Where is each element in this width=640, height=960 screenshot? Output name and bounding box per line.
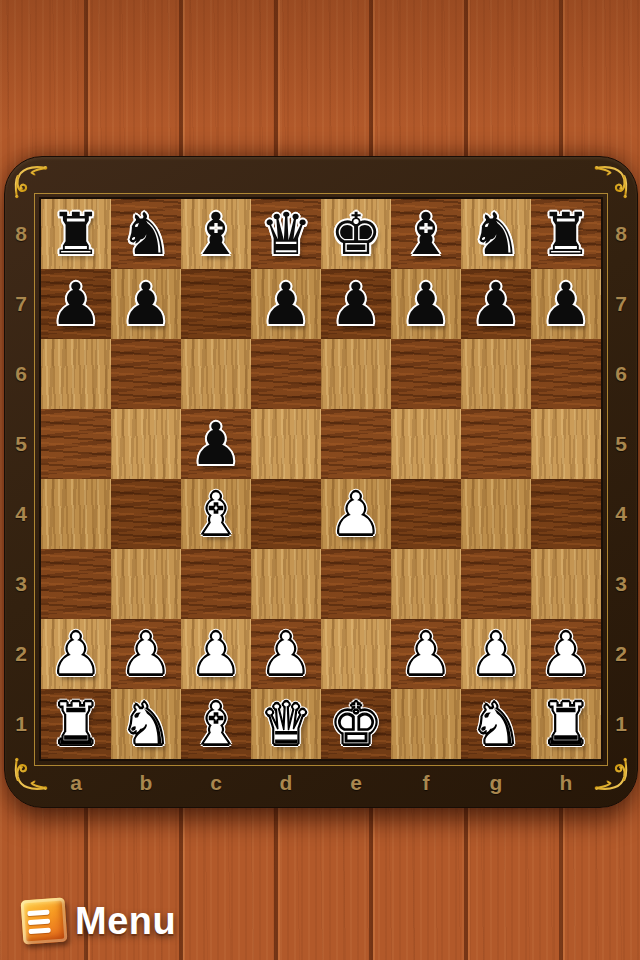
square-c5[interactable]: ♟ [181, 409, 251, 479]
black-pawn[interactable]: ♟ [400, 269, 452, 339]
board-frame: 87654321 87654321 abcdefgh ♜♞♝♛♚♝♞♜♟♟♟♟♟… [4, 156, 638, 808]
file-label-b: b [111, 761, 181, 805]
square-h3[interactable] [531, 549, 601, 619]
square-f8[interactable]: ♝ [391, 199, 461, 269]
hamburger-menu-icon[interactable] [21, 898, 68, 945]
square-a8[interactable]: ♜ [41, 199, 111, 269]
square-f4[interactable] [391, 479, 461, 549]
square-a2[interactable]: ♟ [41, 619, 111, 689]
square-a7[interactable]: ♟ [41, 269, 111, 339]
square-g3[interactable] [461, 549, 531, 619]
square-d8[interactable]: ♛ [251, 199, 321, 269]
white-pawn[interactable]: ♟ [50, 619, 102, 689]
white-knight[interactable]: ♞ [470, 689, 522, 759]
square-f3[interactable] [391, 549, 461, 619]
rank-label-6: 6 [607, 339, 635, 409]
square-d6[interactable] [251, 339, 321, 409]
white-pawn[interactable]: ♟ [400, 619, 452, 689]
file-label-g: g [461, 761, 531, 805]
file-label-a: a [41, 761, 111, 805]
square-h5[interactable] [531, 409, 601, 479]
white-pawn[interactable]: ♟ [190, 619, 242, 689]
white-bishop[interactable]: ♝ [190, 689, 242, 759]
white-rook[interactable]: ♜ [50, 689, 102, 759]
square-h2[interactable]: ♟ [531, 619, 601, 689]
corner-flourish-icon [594, 163, 630, 199]
square-h8[interactable]: ♜ [531, 199, 601, 269]
square-b1[interactable]: ♞ [111, 689, 181, 759]
square-e6[interactable] [321, 339, 391, 409]
chess-board[interactable]: ♜♞♝♛♚♝♞♜♟♟♟♟♟♟♟♟♝♟♟♟♟♟♟♟♟♜♞♝♛♚♞♜ [41, 199, 601, 759]
rank-labels-left: 87654321 [7, 199, 35, 759]
square-b5[interactable] [111, 409, 181, 479]
square-e1[interactable]: ♚ [321, 689, 391, 759]
rank-label-5: 5 [607, 409, 635, 479]
rank-label-1: 1 [7, 689, 35, 759]
file-label-e: e [321, 761, 391, 805]
square-c7[interactable] [181, 269, 251, 339]
square-b2[interactable]: ♟ [111, 619, 181, 689]
square-a6[interactable] [41, 339, 111, 409]
square-g6[interactable] [461, 339, 531, 409]
file-label-d: d [251, 761, 321, 805]
square-f1[interactable] [391, 689, 461, 759]
square-b4[interactable] [111, 479, 181, 549]
rank-label-3: 3 [7, 549, 35, 619]
square-h6[interactable] [531, 339, 601, 409]
rank-label-8: 8 [607, 199, 635, 269]
square-a5[interactable] [41, 409, 111, 479]
square-h1[interactable]: ♜ [531, 689, 601, 759]
black-pawn[interactable]: ♟ [190, 409, 242, 479]
square-c8[interactable]: ♝ [181, 199, 251, 269]
black-queen[interactable]: ♛ [260, 199, 312, 269]
square-d2[interactable]: ♟ [251, 619, 321, 689]
file-label-h: h [531, 761, 601, 805]
square-d4[interactable] [251, 479, 321, 549]
square-d1[interactable]: ♛ [251, 689, 321, 759]
rank-label-4: 4 [607, 479, 635, 549]
white-queen[interactable]: ♛ [260, 689, 312, 759]
black-pawn[interactable]: ♟ [260, 269, 312, 339]
black-pawn[interactable]: ♟ [50, 269, 102, 339]
square-c6[interactable] [181, 339, 251, 409]
square-c2[interactable]: ♟ [181, 619, 251, 689]
rank-label-3: 3 [607, 549, 635, 619]
square-a4[interactable] [41, 479, 111, 549]
square-f2[interactable]: ♟ [391, 619, 461, 689]
square-g8[interactable]: ♞ [461, 199, 531, 269]
square-e7[interactable]: ♟ [321, 269, 391, 339]
black-pawn[interactable]: ♟ [540, 269, 592, 339]
black-rook[interactable]: ♜ [540, 199, 592, 269]
square-g1[interactable]: ♞ [461, 689, 531, 759]
black-bishop[interactable]: ♝ [400, 199, 452, 269]
rank-label-5: 5 [7, 409, 35, 479]
square-a1[interactable]: ♜ [41, 689, 111, 759]
square-g7[interactable]: ♟ [461, 269, 531, 339]
black-pawn[interactable]: ♟ [470, 269, 522, 339]
white-rook[interactable]: ♜ [540, 689, 592, 759]
square-g5[interactable] [461, 409, 531, 479]
square-b6[interactable] [111, 339, 181, 409]
rank-labels-right: 87654321 [607, 199, 635, 759]
rank-label-1: 1 [607, 689, 635, 759]
rank-label-2: 2 [7, 619, 35, 689]
white-pawn[interactable]: ♟ [540, 619, 592, 689]
white-pawn[interactable]: ♟ [330, 479, 382, 549]
menu-button[interactable]: Menu [22, 899, 176, 943]
square-e4[interactable]: ♟ [321, 479, 391, 549]
white-king[interactable]: ♚ [330, 689, 382, 759]
black-rook[interactable]: ♜ [50, 199, 102, 269]
square-b8[interactable]: ♞ [111, 199, 181, 269]
white-pawn[interactable]: ♟ [470, 619, 522, 689]
square-f6[interactable] [391, 339, 461, 409]
square-g2[interactable]: ♟ [461, 619, 531, 689]
wood-background: { "game": "chess", "app_context": { "typ… [0, 0, 640, 960]
rank-label-7: 7 [607, 269, 635, 339]
rank-label-2: 2 [607, 619, 635, 689]
white-pawn[interactable]: ♟ [260, 619, 312, 689]
rank-label-7: 7 [7, 269, 35, 339]
square-c4[interactable]: ♝ [181, 479, 251, 549]
file-label-f: f [391, 761, 461, 805]
square-d7[interactable]: ♟ [251, 269, 321, 339]
black-pawn[interactable]: ♟ [120, 269, 172, 339]
square-b7[interactable]: ♟ [111, 269, 181, 339]
square-c1[interactable]: ♝ [181, 689, 251, 759]
file-label-c: c [181, 761, 251, 805]
file-labels-bottom: abcdefgh [41, 761, 601, 805]
square-e8[interactable]: ♚ [321, 199, 391, 269]
square-f7[interactable]: ♟ [391, 269, 461, 339]
square-e3[interactable] [321, 549, 391, 619]
square-e2[interactable] [321, 619, 391, 689]
corner-flourish-icon [12, 163, 48, 199]
square-d3[interactable] [251, 549, 321, 619]
rank-label-4: 4 [7, 479, 35, 549]
white-bishop[interactable]: ♝ [190, 479, 242, 549]
square-f5[interactable] [391, 409, 461, 479]
square-a3[interactable] [41, 549, 111, 619]
black-knight[interactable]: ♞ [470, 199, 522, 269]
square-h4[interactable] [531, 479, 601, 549]
black-king[interactable]: ♚ [330, 199, 382, 269]
rank-label-8: 8 [7, 199, 35, 269]
white-knight[interactable]: ♞ [120, 689, 172, 759]
black-pawn[interactable]: ♟ [330, 269, 382, 339]
black-bishop[interactable]: ♝ [190, 199, 242, 269]
rank-label-6: 6 [7, 339, 35, 409]
menu-label[interactable]: Menu [75, 900, 176, 943]
white-pawn[interactable]: ♟ [120, 619, 172, 689]
square-g4[interactable] [461, 479, 531, 549]
square-e5[interactable] [321, 409, 391, 479]
black-knight[interactable]: ♞ [120, 199, 172, 269]
square-c3[interactable] [181, 549, 251, 619]
square-b3[interactable] [111, 549, 181, 619]
square-h7[interactable]: ♟ [531, 269, 601, 339]
square-d5[interactable] [251, 409, 321, 479]
